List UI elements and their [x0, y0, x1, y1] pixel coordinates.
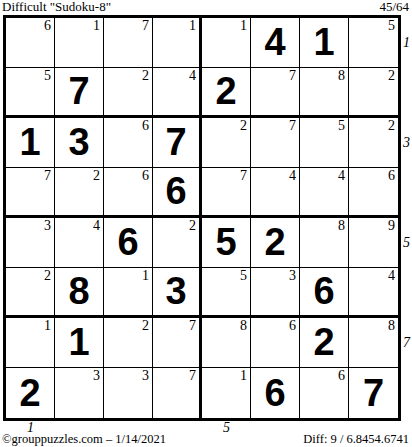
given-digit: 2: [300, 318, 348, 367]
corner-mark: 3: [289, 268, 296, 283]
cell-r7c6[interactable]: 6: [251, 318, 300, 368]
corner-mark: 2: [44, 268, 51, 283]
corner-mark: 4: [388, 268, 395, 283]
cell-r2c8[interactable]: 2: [349, 68, 398, 118]
cell-r8c1[interactable]: 2: [6, 368, 55, 418]
corner-mark: 7: [289, 118, 296, 133]
cell-r2c7[interactable]: 8: [300, 68, 349, 118]
corner-mark: 8: [338, 68, 345, 83]
col-label-5: 5: [219, 421, 235, 435]
corner-mark: 4: [93, 218, 100, 233]
cell-r8c3[interactable]: 3: [104, 368, 153, 418]
corner-mark: 5: [388, 18, 395, 33]
corner-mark: 6: [338, 368, 345, 383]
corner-mark: 8: [388, 318, 395, 333]
row-label-1: 1: [403, 34, 410, 52]
corner-mark: 8: [338, 218, 345, 233]
cell-r6c1[interactable]: 2: [6, 268, 55, 318]
cell-r5c7[interactable]: 8: [300, 218, 349, 268]
cell-r3c3[interactable]: 6: [104, 118, 153, 168]
corner-mark: 9: [388, 218, 395, 233]
corner-mark: 5: [44, 68, 51, 83]
corner-mark: 3: [142, 368, 149, 383]
corner-mark: 1: [240, 18, 247, 33]
cell-r4c8[interactable]: 6: [349, 168, 398, 218]
cell-r6c7[interactable]: 6: [300, 268, 349, 318]
cell-r5c5[interactable]: 5: [202, 218, 251, 268]
given-digit: 8: [55, 268, 103, 315]
cell-r3c8[interactable]: 2: [349, 118, 398, 168]
corner-mark: 2: [189, 218, 196, 233]
cell-r8c7[interactable]: 6: [300, 368, 349, 418]
given-digit: 6: [251, 368, 299, 418]
cell-r7c4[interactable]: 7: [153, 318, 202, 368]
cell-r8c4[interactable]: 7: [153, 368, 202, 418]
corner-mark: 7: [289, 68, 296, 83]
corner-mark: 2: [93, 168, 100, 183]
corner-mark: 6: [388, 168, 395, 183]
given-digit: 6: [153, 168, 199, 215]
given-digit: 4: [251, 18, 299, 67]
cell-r6c8[interactable]: 4: [349, 268, 398, 318]
given-digit: 1: [300, 18, 348, 67]
cell-r3c4[interactable]: 7: [153, 118, 202, 168]
cell-r7c8[interactable]: 8: [349, 318, 398, 368]
cell-r7c2[interactable]: 1: [55, 318, 104, 368]
corner-mark: 2: [142, 68, 149, 83]
corner-mark: 2: [240, 118, 247, 133]
cell-r2c4[interactable]: 4: [153, 68, 202, 118]
puzzle-title: Difficult "Sudoku-8": [2, 0, 111, 14]
corner-mark: 2: [388, 68, 395, 83]
cell-r1c1[interactable]: 6: [6, 18, 55, 68]
corner-mark: 1: [93, 18, 100, 33]
cell-r5c6[interactable]: 2: [251, 218, 300, 268]
cell-r1c2[interactable]: 1: [55, 18, 104, 68]
cell-r4c6[interactable]: 4: [251, 168, 300, 218]
corner-mark: 7: [240, 168, 247, 183]
cell-r2c2[interactable]: 7: [55, 68, 104, 118]
cell-r4c7[interactable]: 4: [300, 168, 349, 218]
corner-mark: 3: [93, 368, 100, 383]
copyright-text: ©grouppuzzles.com – 1/14/2021: [2, 433, 166, 446]
corner-mark: 2: [388, 118, 395, 133]
cell-r1c6[interactable]: 4: [251, 18, 300, 68]
cell-r8c2[interactable]: 3: [55, 368, 104, 418]
cell-r6c2[interactable]: 8: [55, 268, 104, 318]
corner-mark: 2: [142, 318, 149, 333]
cell-r4c3[interactable]: 6: [104, 168, 153, 218]
corner-mark: 5: [240, 268, 247, 283]
cell-r7c3[interactable]: 2: [104, 318, 153, 368]
cell-r7c1[interactable]: 1: [6, 318, 55, 368]
given-digit: 7: [349, 368, 398, 418]
corner-mark: 7: [189, 368, 196, 383]
cell-r3c2[interactable]: 3: [55, 118, 104, 168]
corner-mark: 6: [142, 168, 149, 183]
given-digit: 1: [6, 118, 54, 167]
corner-mark: 4: [189, 68, 196, 83]
cell-r6c3[interactable]: 1: [104, 268, 153, 318]
cell-r4c2[interactable]: 2: [55, 168, 104, 218]
corner-mark: 1: [189, 18, 196, 33]
given-digit: 2: [6, 368, 54, 418]
given-digit: 1: [55, 318, 103, 367]
cell-r5c3[interactable]: 6: [104, 218, 153, 268]
cell-r1c8[interactable]: 5: [349, 18, 398, 68]
cell-r5c2[interactable]: 4: [55, 218, 104, 268]
given-digit: 3: [153, 268, 199, 315]
corner-mark: 6: [289, 318, 296, 333]
given-digit: 7: [153, 118, 199, 167]
corner-mark: 1: [44, 318, 51, 333]
row-label-3: 3: [403, 134, 410, 152]
corner-mark: 4: [338, 168, 345, 183]
cell-r5c4[interactable]: 2: [153, 218, 202, 268]
cell-r3c6[interactable]: 7: [251, 118, 300, 168]
cell-r1c7[interactable]: 1: [300, 18, 349, 68]
cell-r7c7[interactable]: 2: [300, 318, 349, 368]
cell-r6c6[interactable]: 3: [251, 268, 300, 318]
cell-r3c1[interactable]: 1: [6, 118, 55, 168]
corner-mark: 8: [240, 318, 247, 333]
cell-r6c4[interactable]: 3: [153, 268, 202, 318]
cell-r4c5[interactable]: 7: [202, 168, 251, 218]
row-label-7: 7: [403, 334, 410, 352]
row-label-5: 5: [403, 234, 410, 252]
given-digit: 6: [300, 268, 348, 315]
corner-mark: 6: [142, 118, 149, 133]
corner-mark: 1: [142, 268, 149, 283]
cell-r6c5[interactable]: 5: [202, 268, 251, 318]
given-digit: 7: [55, 68, 103, 115]
given-digit: 2: [202, 68, 250, 115]
given-digit: 5: [202, 218, 250, 267]
given-digit: 2: [251, 218, 299, 267]
cell-r2c1[interactable]: 5: [6, 68, 55, 118]
sudoku-board: 6171141557242782136727527266744634625289…: [3, 15, 401, 421]
cell-r3c5[interactable]: 2: [202, 118, 251, 168]
corner-mark: 4: [289, 168, 296, 183]
corner-mark: 6: [44, 18, 51, 33]
cell-r8c8[interactable]: 7: [349, 368, 398, 418]
corner-mark: 7: [189, 318, 196, 333]
given-digit: 6: [104, 218, 152, 267]
cell-r2c6[interactable]: 7: [251, 68, 300, 118]
puzzle-page: Difficult "Sudoku-8" 45/64 6171141557242…: [0, 0, 412, 447]
empty-cell-counter: 45/64: [379, 0, 409, 14]
cell-r1c3[interactable]: 7: [104, 18, 153, 68]
cell-r2c5[interactable]: 2: [202, 68, 251, 118]
cell-r8c5[interactable]: 1: [202, 368, 251, 418]
cell-r8c6[interactable]: 6: [251, 368, 300, 418]
cell-r7c5[interactable]: 8: [202, 318, 251, 368]
corner-mark: 1: [240, 368, 247, 383]
corner-mark: 7: [44, 168, 51, 183]
cell-r4c4[interactable]: 6: [153, 168, 202, 218]
cell-r3c7[interactable]: 5: [300, 118, 349, 168]
corner-mark: 5: [338, 118, 345, 133]
corner-mark: 3: [44, 218, 51, 233]
cell-r5c1[interactable]: 3: [6, 218, 55, 268]
cell-r4c1[interactable]: 7: [6, 168, 55, 218]
cell-r1c4[interactable]: 1: [153, 18, 202, 68]
cell-r2c3[interactable]: 2: [104, 68, 153, 118]
cell-r5c8[interactable]: 9: [349, 218, 398, 268]
difficulty-text: Diff: 9 / 6.8454.6741: [303, 433, 409, 446]
cell-r1c5[interactable]: 1: [202, 18, 251, 68]
given-digit: 3: [55, 118, 103, 167]
corner-mark: 7: [142, 18, 149, 33]
